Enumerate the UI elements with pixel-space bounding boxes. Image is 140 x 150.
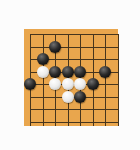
screenshot-canvas (0, 0, 140, 150)
grid-line-horizontal (30, 109, 118, 110)
black-stone[interactable] (87, 78, 99, 90)
white-stone[interactable] (74, 78, 86, 90)
black-stone[interactable] (37, 53, 49, 65)
white-stone[interactable] (62, 91, 74, 103)
grid-line-vertical (43, 34, 44, 126)
grid-line-horizontal (30, 47, 118, 48)
grid-line-horizontal (30, 34, 118, 35)
grid-line-vertical (118, 34, 119, 126)
white-stone[interactable] (62, 78, 74, 90)
black-stone[interactable] (99, 66, 111, 78)
black-stone[interactable] (24, 78, 36, 90)
go-board[interactable] (24, 29, 118, 126)
black-stone[interactable] (62, 66, 74, 78)
white-stone[interactable] (49, 78, 61, 90)
white-stone[interactable] (37, 66, 49, 78)
black-stone[interactable] (49, 41, 61, 53)
black-stone[interactable] (49, 66, 61, 78)
black-stone[interactable] (74, 91, 86, 103)
grid-line-vertical (105, 34, 106, 126)
black-stone[interactable] (74, 66, 86, 78)
grid-line-horizontal (30, 122, 118, 123)
